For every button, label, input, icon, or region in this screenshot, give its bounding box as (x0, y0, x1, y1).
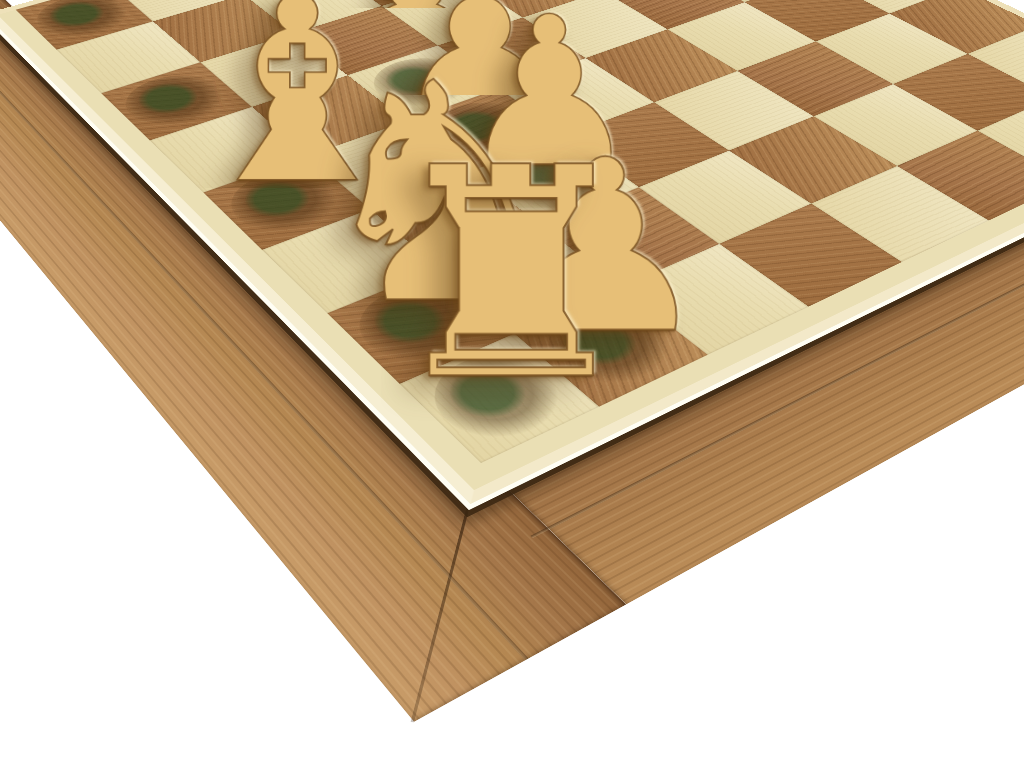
scene: ♟♟♟♟♛♚♝♞♜ (0, 0, 1024, 768)
white-king-c1: ♚ (81, 0, 194, 110)
white-bishop-e1: ♝ (183, 0, 307, 213)
white-rook-h1: ♜ (381, 137, 526, 413)
chessboard: ♟♟♟♟♛♚♝♞♜ (0, 0, 1024, 722)
square-h1: ♜ (400, 334, 599, 463)
